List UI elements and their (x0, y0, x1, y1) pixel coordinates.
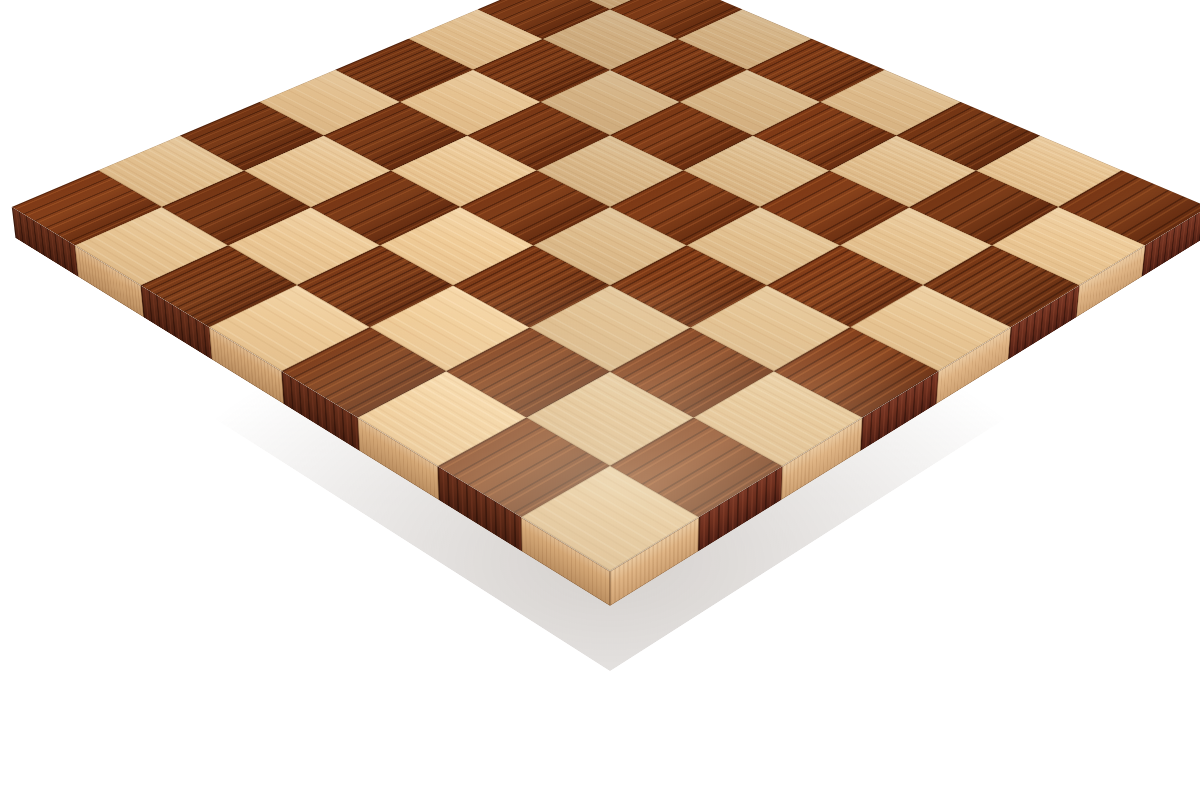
chessboard-photo (187, 0, 1033, 630)
board-square (839, 207, 992, 285)
board-square (370, 285, 530, 371)
board-square (610, 245, 767, 327)
board-grid (12, 0, 1200, 571)
board-square (526, 371, 694, 466)
board-square (446, 327, 610, 417)
board-square (610, 327, 774, 417)
board-square (767, 245, 924, 327)
board-square (453, 245, 610, 327)
board-square (381, 207, 534, 285)
chessboard (12, 0, 1200, 571)
product-photo-canvas (0, 0, 1200, 800)
board-square (530, 285, 690, 371)
board-square (690, 285, 850, 371)
board-square (686, 207, 839, 285)
board-square (534, 207, 687, 285)
board-square (297, 245, 454, 327)
board-square (228, 207, 381, 285)
